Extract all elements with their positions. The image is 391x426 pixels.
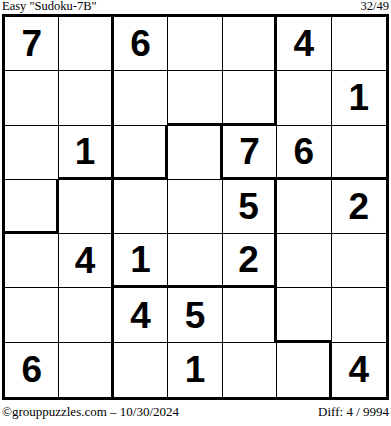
given-digit: 7: [21, 25, 42, 62]
cell-r4c3[interactable]: [114, 180, 168, 234]
cell-r4c2[interactable]: [59, 180, 113, 234]
given-digit: 2: [238, 241, 259, 278]
cell-r4c7[interactable]: 2: [332, 180, 386, 234]
given-digit: 1: [75, 133, 96, 170]
given-digit: 6: [294, 133, 315, 170]
cell-r6c3[interactable]: 4: [114, 288, 168, 342]
given-digit: 1: [130, 241, 151, 278]
cell-r6c6[interactable]: [277, 288, 331, 342]
cell-r5c6[interactable]: [277, 234, 331, 288]
cell-r4c6[interactable]: [277, 180, 331, 234]
cell-r7c3[interactable]: [114, 343, 168, 397]
footer: ©grouppuzzles.com – 10/30/2024 Diff: 4 /…: [2, 404, 389, 419]
cell-r7c6[interactable]: [277, 343, 331, 397]
cell-r2c1[interactable]: [5, 71, 59, 125]
cell-r2c7[interactable]: 1: [332, 71, 386, 125]
cell-r5c5[interactable]: 2: [223, 234, 277, 288]
cell-r2c2[interactable]: [59, 71, 113, 125]
cell-r4c4[interactable]: [168, 180, 222, 234]
cell-r3c1[interactable]: [5, 126, 59, 180]
cell-r3c4[interactable]: [168, 126, 222, 180]
cell-r1c5[interactable]: [223, 17, 277, 71]
cell-r1c4[interactable]: [168, 17, 222, 71]
page-number: 32/49: [361, 0, 389, 13]
given-digit: 5: [238, 188, 259, 225]
cell-r1c3[interactable]: 6: [114, 17, 168, 71]
cell-r7c2[interactable]: [59, 343, 113, 397]
cell-r3c3[interactable]: [114, 126, 168, 180]
puzzle-title: Easy "Sudoku-7B": [2, 0, 97, 13]
cell-r6c5[interactable]: [223, 288, 277, 342]
given-digit: 6: [21, 351, 42, 388]
given-digit: 4: [294, 25, 315, 62]
given-digit: 4: [75, 242, 96, 279]
given-digit: 1: [185, 351, 206, 388]
given-digit: 4: [130, 297, 151, 334]
cell-r3c2[interactable]: 1: [59, 126, 113, 180]
cell-r4c1[interactable]: [5, 180, 59, 234]
cell-r6c7[interactable]: [332, 288, 386, 342]
cell-r7c1[interactable]: 6: [5, 343, 59, 397]
cell-r1c6[interactable]: 4: [277, 17, 331, 71]
given-digit: 6: [130, 25, 151, 62]
cell-r5c3[interactable]: 1: [114, 234, 168, 288]
given-digit: 7: [239, 133, 260, 170]
cell-r1c2[interactable]: [59, 17, 113, 71]
cell-r3c7[interactable]: [332, 126, 386, 180]
cell-r1c1[interactable]: 7: [5, 17, 59, 71]
copyright-date: ©grouppuzzles.com – 10/30/2024: [2, 404, 179, 419]
cell-r5c7[interactable]: [332, 234, 386, 288]
given-digit: 1: [348, 79, 369, 116]
given-digit: 2: [348, 188, 369, 225]
cell-r5c1[interactable]: [5, 234, 59, 288]
given-digit: 4: [348, 351, 369, 388]
cell-r3c5[interactable]: 7: [223, 126, 277, 180]
cell-r7c7[interactable]: 4: [332, 343, 386, 397]
cell-r2c4[interactable]: [168, 71, 222, 125]
sudoku-board: 76411765241245614: [2, 14, 389, 400]
cell-r4c5[interactable]: 5: [223, 180, 277, 234]
cell-r2c5[interactable]: [223, 71, 277, 125]
difficulty-rating: Diff: 4 / 9994: [318, 404, 389, 419]
cell-r7c5[interactable]: [223, 343, 277, 397]
cell-r6c4[interactable]: 5: [168, 288, 222, 342]
cell-r2c3[interactable]: [114, 71, 168, 125]
header: Easy "Sudoku-7B" 32/49: [2, 0, 389, 13]
cell-r7c4[interactable]: 1: [168, 343, 222, 397]
cell-r6c2[interactable]: [59, 288, 113, 342]
given-digit: 5: [185, 297, 206, 334]
cell-r5c2[interactable]: 4: [59, 234, 113, 288]
cell-r6c1[interactable]: [5, 288, 59, 342]
cell-r3c6[interactable]: 6: [277, 126, 331, 180]
cell-r2c6[interactable]: [277, 71, 331, 125]
cell-r5c4[interactable]: [168, 234, 222, 288]
cell-r1c7[interactable]: [332, 17, 386, 71]
